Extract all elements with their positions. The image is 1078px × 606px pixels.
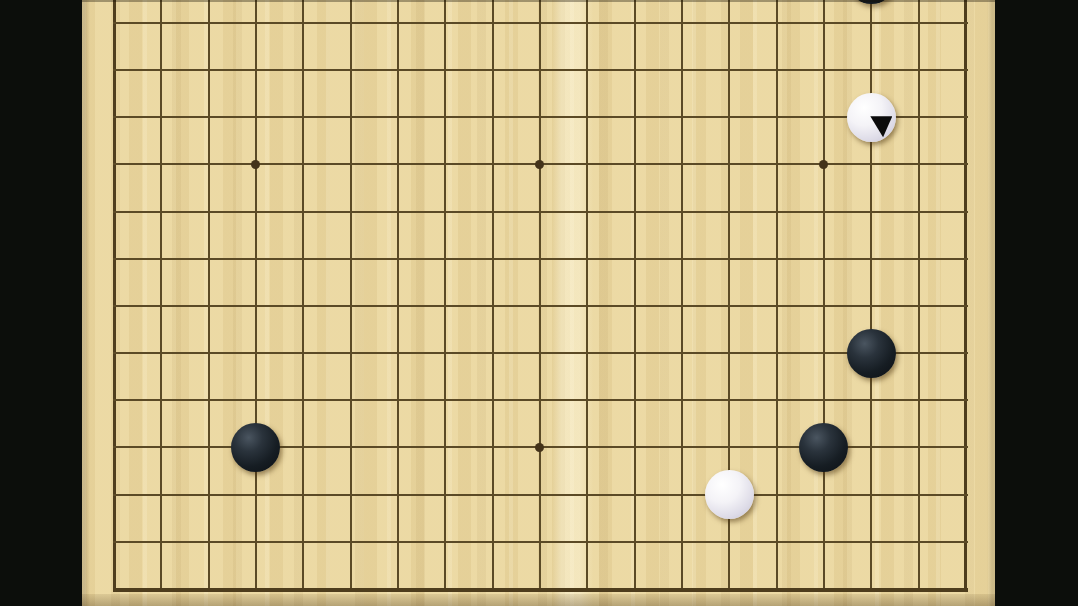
grid-line-v-k (539, 0, 541, 592)
grid-line-v-p (776, 0, 778, 592)
grid-line-h-row12 (113, 69, 968, 71)
grid-line-h-row7 (113, 305, 968, 307)
grid-line-h-row9 (113, 211, 968, 213)
grid-line-v-r (870, 0, 872, 592)
grid-line-h-row13 (113, 22, 968, 24)
grid-line-v-l (586, 0, 588, 592)
grid-line-h-row2 (113, 541, 968, 543)
grid-line-v-a (113, 0, 116, 592)
grid-line-v-e (302, 0, 304, 592)
grid-line-v-d (255, 0, 257, 592)
grid-line-v-g (397, 0, 399, 592)
grid-line-v-b (160, 0, 162, 592)
frame-top-edge (82, 0, 995, 2)
stone-white-r11 (847, 93, 896, 142)
grid-line-h-row1 (113, 588, 968, 592)
stone-white-o3 (705, 470, 754, 519)
grid-line-h-row5 (113, 399, 968, 401)
grid-line-h-row6 (113, 352, 968, 354)
stone-black-r6 (847, 329, 896, 378)
grid-line-v-c (208, 0, 210, 592)
grid-line-v-h (444, 0, 446, 592)
last-move-triangle-marker (870, 116, 892, 137)
grid-line-v-q (823, 0, 825, 592)
grid-line-v-f (350, 0, 352, 592)
grid-line-v-s (918, 0, 920, 592)
board-bottom-shadow (82, 594, 995, 606)
grid-line-v-m (634, 0, 636, 592)
grid-line-v-j (492, 0, 494, 592)
video-frame (0, 0, 1078, 606)
grid-line-h-row8 (113, 258, 968, 260)
grid-line-h-row3 (113, 494, 968, 496)
grid-line-h-row11 (113, 116, 968, 118)
grid-line-v-n (681, 0, 683, 592)
grid-line-v-t (964, 0, 967, 592)
